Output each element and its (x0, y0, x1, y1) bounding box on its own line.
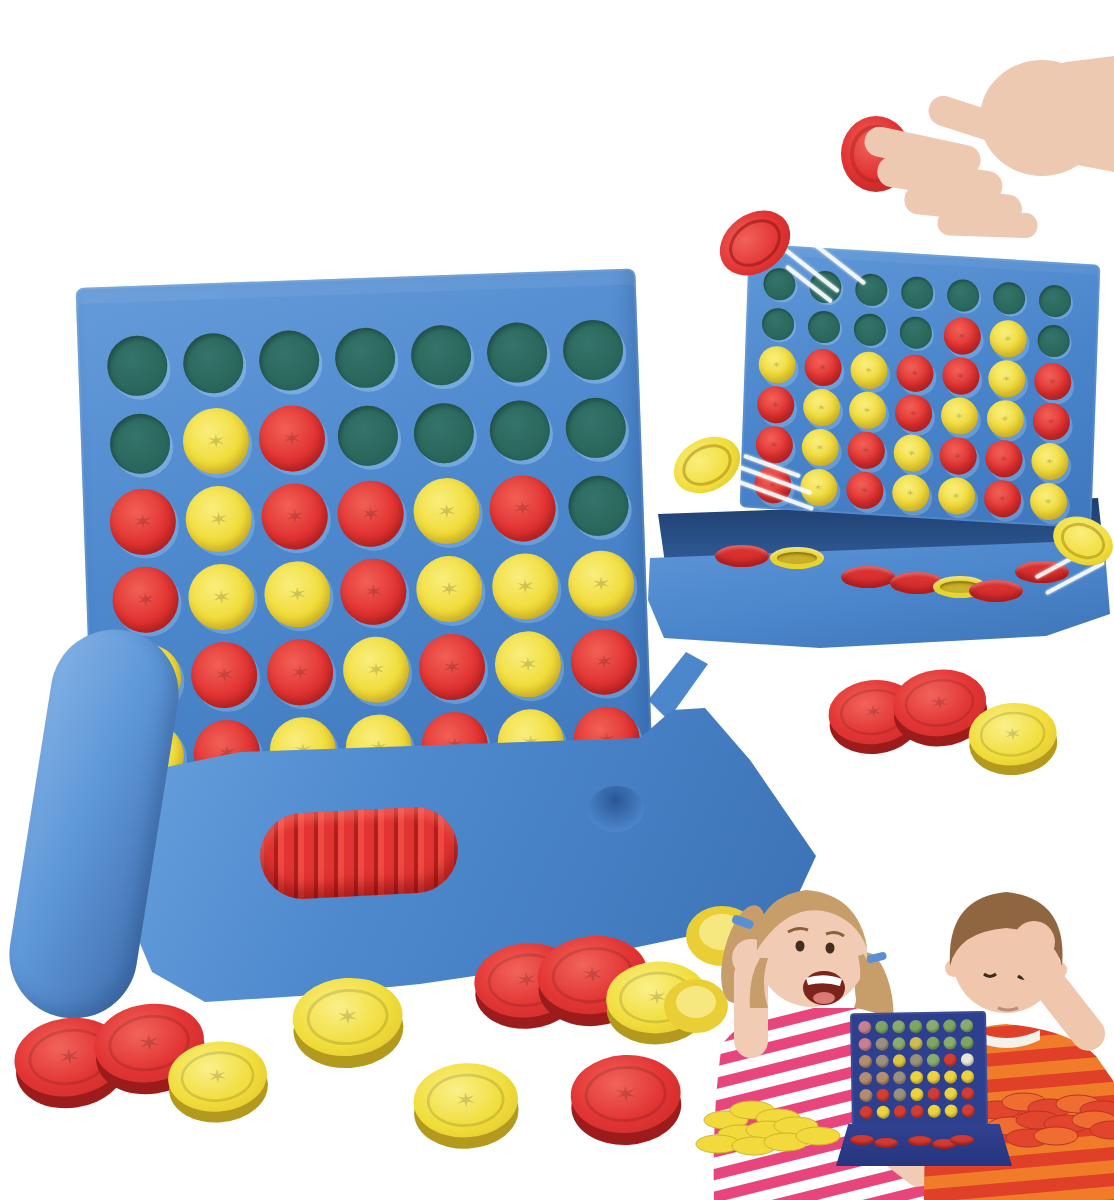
disc-star-emboss: ✶ (859, 485, 870, 495)
loose-disc-ring (179, 1048, 257, 1105)
board-cell: ✶ (933, 474, 980, 517)
yellow-disc: ✶ (891, 473, 929, 512)
board-cell: ✶ (486, 546, 565, 627)
board-cell (556, 388, 635, 469)
yellow-flying-disc (664, 426, 750, 505)
board-cell: ✶ (483, 468, 562, 549)
flying-disc-ring (675, 436, 739, 494)
board-cell (174, 323, 253, 404)
disc-star-emboss: ✶ (205, 431, 227, 451)
disc-star-emboss: ✶ (441, 657, 463, 677)
disc-star-emboss: ✶ (438, 579, 460, 599)
board-cell (754, 303, 801, 346)
disc-star-emboss: ✶ (997, 493, 1008, 503)
kids-tray-red-disc (908, 1136, 932, 1146)
mini-board-disc (927, 1071, 940, 1084)
mini-board-disc (910, 1054, 923, 1067)
red-disc: ✶ (266, 638, 334, 706)
disc-star-emboss: ✶ (953, 410, 964, 420)
yellow-disc: ✶ (802, 387, 840, 426)
red-loose-disc: ✶ (569, 1052, 684, 1148)
red-disc: ✶ (803, 347, 841, 386)
board-cell: ✶ (799, 346, 846, 389)
girl-eye-left (796, 941, 805, 952)
disc-star-emboss: ✶ (860, 445, 871, 455)
empty-hole (334, 327, 396, 389)
loose-disc-ring (902, 676, 976, 731)
board-cell: ✶ (413, 627, 492, 708)
mini-board-disc (876, 1055, 889, 1068)
disc-star-emboss: ✶ (907, 407, 918, 417)
mini-board-disc (858, 1038, 871, 1051)
red-tray-disc (841, 566, 895, 588)
disc-star-emboss: ✶ (362, 582, 384, 602)
board-cell: ✶ (798, 386, 845, 429)
board-cell: ✶ (796, 426, 843, 469)
mini-board-disc (894, 1105, 907, 1118)
girl-eye-right (826, 943, 835, 954)
mini-board-disc (893, 1071, 906, 1084)
board-cell: ✶ (984, 317, 1031, 360)
disc-star-emboss: ✶ (768, 439, 779, 449)
disc-star-emboss: ✶ (590, 574, 612, 594)
yellow-disc: ✶ (986, 399, 1024, 438)
yellow-disc: ✶ (1030, 441, 1068, 480)
mini-board-disc (859, 1089, 872, 1102)
board-cell (846, 308, 893, 351)
red-disc: ✶ (894, 393, 932, 432)
disc-star-emboss: ✶ (952, 450, 963, 460)
disc-star-emboss: ✶ (435, 501, 457, 521)
disc-star-emboss: ✶ (281, 428, 303, 448)
loose-disc-ring (425, 1072, 506, 1129)
board-cell: ✶ (253, 398, 332, 479)
mini-board-disc (860, 1106, 873, 1119)
board-cell (402, 315, 481, 396)
board-cell: ✶ (337, 629, 416, 710)
boy-ear-left (945, 959, 963, 977)
mini-board-disc (859, 1055, 872, 1068)
board-cell (329, 396, 408, 477)
disc-star-emboss: ✶ (998, 453, 1009, 463)
empty-hole (337, 405, 399, 467)
mini-board-disc (962, 1104, 975, 1117)
yellow-disc: ✶ (491, 552, 559, 620)
disc-star-emboss: ✶ (283, 506, 305, 526)
yellow-disc: ✶ (940, 396, 978, 435)
board-cell: ✶ (981, 397, 1028, 440)
board-cell: ✶ (841, 468, 888, 511)
mini-board-disc (892, 1020, 905, 1033)
yellow-disc: ✶ (412, 477, 480, 545)
girl-tongue (813, 992, 835, 1004)
disc-star-emboss: ✶ (905, 487, 916, 497)
empty-hole (258, 329, 320, 391)
empty-hole (899, 316, 932, 350)
red-disc: ✶ (943, 316, 981, 355)
board-cell: ✶ (103, 481, 182, 562)
red-disc: ✶ (845, 470, 883, 509)
board-cell: ✶ (407, 471, 486, 552)
empty-hole (993, 281, 1026, 315)
board-cell: ✶ (261, 632, 340, 713)
board-cell (940, 274, 987, 317)
board-cell: ✶ (843, 388, 890, 431)
empty-hole (853, 313, 886, 347)
empty-hole (762, 307, 795, 341)
disc-star-emboss: ✶ (286, 584, 308, 604)
disc-star-emboss: ✶ (517, 654, 539, 674)
empty-hole (413, 402, 475, 464)
board-cell: ✶ (255, 476, 334, 557)
mini-board-disc (911, 1105, 924, 1118)
board-cell: ✶ (935, 394, 982, 437)
board-cell (559, 466, 638, 547)
yellow-disc: ✶ (1029, 481, 1067, 520)
red-tray-disc (969, 580, 1023, 602)
red-disc-roller (258, 805, 460, 901)
board-cell: ✶ (106, 559, 185, 640)
empty-hole (947, 279, 980, 313)
mini-board-disc (943, 1036, 956, 1049)
board-cell: ✶ (887, 471, 934, 514)
red-disc: ✶ (938, 436, 976, 475)
empty-hole (106, 335, 168, 397)
board-cell (101, 403, 180, 484)
board-cell (554, 310, 633, 391)
board-cell: ✶ (934, 434, 981, 477)
mini-board-disc (961, 1070, 974, 1083)
empty-hole (1039, 284, 1072, 318)
disc-star-emboss: ✶ (951, 490, 962, 500)
red-disc: ✶ (1033, 361, 1071, 400)
disc-star-emboss: ✶ (814, 442, 825, 452)
disc-star-emboss: ✶ (134, 590, 156, 610)
yellow-disc: ✶ (849, 350, 887, 389)
kids-tray-red-disc (850, 1135, 874, 1145)
yellow-disc: ✶ (182, 407, 250, 475)
mini-board-disc (943, 1019, 956, 1032)
mini-board-disc (876, 1072, 889, 1085)
board-cell (405, 393, 484, 474)
loose-disc-ring (305, 986, 391, 1048)
disc-star-emboss: ✶ (906, 447, 917, 457)
board-cell: ✶ (891, 351, 938, 394)
disc-star-emboss: ✶ (514, 576, 536, 596)
disc-star-emboss: ✶ (862, 405, 873, 415)
board-cell: ✶ (562, 543, 641, 624)
mini-board-disc (909, 1020, 922, 1033)
disc-star-emboss: ✶ (359, 504, 381, 524)
mini-board-disc (960, 1036, 973, 1049)
kids-mini-board (850, 1011, 988, 1129)
board-cell (98, 326, 177, 407)
red-disc: ✶ (258, 404, 326, 472)
empty-hole (182, 332, 244, 394)
yellow-disc: ✶ (342, 636, 410, 704)
board-cell: ✶ (177, 401, 256, 482)
loose-disc-ring (583, 1064, 668, 1124)
mini-board-disc (893, 1088, 906, 1101)
mini-board-disc (926, 1037, 939, 1050)
board-cell: ✶ (752, 383, 799, 426)
board-cell: ✶ (1024, 480, 1071, 523)
red-disc: ✶ (941, 356, 979, 395)
board-cell (326, 318, 405, 399)
yellow-disc: ✶ (987, 359, 1025, 398)
yellow-disc: ✶ (799, 467, 837, 506)
connect-four-product-photo: ✶✶✶✶✶✶✶✶✶✶✶✶✶✶✶✶✶✶✶✶✶✶✶✶✶✶✶✶✶ ✶✶✶✶✶✶✶✶✶✶… (0, 0, 1114, 1200)
board-cell: ✶ (938, 314, 985, 357)
empty-hole (562, 319, 624, 381)
red-disc: ✶ (109, 488, 177, 556)
boy-fist-on-forehead (1013, 921, 1055, 963)
mini-board-disc (944, 1053, 957, 1066)
board-cell: ✶ (182, 557, 261, 638)
disc-star-emboss: ✶ (213, 665, 235, 685)
disc-star-emboss: ✶ (1047, 376, 1058, 386)
empty-hole (807, 310, 840, 344)
red-tray-disc (715, 545, 769, 567)
board-cell: ✶ (845, 348, 892, 391)
disc-star-emboss: ✶ (909, 367, 920, 377)
disc-star-emboss: ✶ (817, 362, 828, 372)
empty-hole (410, 324, 472, 386)
empty-hole (489, 399, 551, 461)
loose-disc-ring (978, 710, 1047, 759)
yellow-disc: ✶ (415, 555, 483, 623)
board-cell (478, 312, 557, 393)
disc-star-emboss: ✶ (132, 512, 154, 532)
empty-hole (567, 475, 629, 537)
red-disc: ✶ (190, 641, 258, 709)
yellow-tray-disc (770, 547, 824, 569)
board-cell: ✶ (980, 437, 1027, 480)
mini-board-disc (892, 1037, 905, 1050)
yellow-disc: ✶ (185, 485, 253, 553)
disc-star-emboss: ✶ (863, 365, 874, 375)
kids-tray-red-disc (950, 1135, 974, 1145)
disc-star-emboss: ✶ (1045, 416, 1056, 426)
board-cell (480, 390, 559, 471)
kids-tray-red-disc (874, 1138, 898, 1148)
mini-board-disc (909, 1037, 922, 1050)
mini-board-disc (893, 1054, 906, 1067)
yellow-disc: ✶ (567, 550, 635, 618)
yellow-disc: ✶ (263, 560, 331, 628)
disc-star-emboss: ✶ (207, 509, 229, 529)
board-cell: ✶ (889, 391, 936, 434)
board-cell: ✶ (888, 431, 935, 474)
red-disc: ✶ (847, 430, 885, 469)
board-cell (800, 306, 847, 349)
board-cell: ✶ (565, 621, 644, 702)
board-cell (250, 320, 329, 401)
board-cell: ✶ (1026, 440, 1073, 483)
yellow-disc: ✶ (937, 476, 975, 515)
red-disc: ✶ (488, 474, 556, 542)
mini-board-disc (877, 1106, 890, 1119)
disc-star-emboss: ✶ (210, 587, 232, 607)
yellow-loose-disc: ✶ (967, 700, 1060, 778)
board-cell (985, 277, 1032, 320)
disc-star-emboss: ✶ (771, 359, 782, 369)
board-cell: ✶ (937, 354, 984, 397)
red-disc: ✶ (261, 482, 329, 550)
disc-star-emboss: ✶ (1002, 333, 1013, 343)
disc-star-emboss: ✶ (365, 660, 387, 680)
mini-board-disc (859, 1072, 872, 1085)
disc-star-emboss: ✶ (593, 652, 615, 672)
board-cell: ✶ (978, 477, 1025, 520)
mini-board-disc (944, 1087, 957, 1100)
empty-hole (565, 397, 627, 459)
mini-board-disc (875, 1021, 888, 1034)
mini-board-disc (926, 1020, 939, 1033)
yellow-disc: ✶ (494, 630, 562, 698)
disc-star-emboss: ✶ (770, 399, 781, 409)
board-cell: ✶ (489, 624, 568, 705)
empty-hole (1037, 324, 1070, 358)
board-cell: ✶ (753, 343, 800, 386)
hand-dropping-red-disc (814, 6, 1114, 240)
disc-star-emboss: ✶ (816, 402, 827, 412)
disc-star-emboss: ✶ (1001, 373, 1012, 383)
mini-board-disc (944, 1070, 957, 1083)
board-cell (892, 311, 939, 354)
mini-board-disc (927, 1088, 940, 1101)
disc-star-emboss: ✶ (955, 370, 966, 380)
mini-board-disc (876, 1089, 889, 1102)
pinky-finger (937, 210, 1038, 238)
yellow-disc: ✶ (848, 390, 886, 429)
red-disc: ✶ (983, 479, 1021, 518)
mini-board-disc (961, 1087, 974, 1100)
yellow-disc: ✶ (187, 563, 255, 631)
mini-board-disc (910, 1088, 923, 1101)
red-disc: ✶ (339, 558, 407, 626)
empty-hole (901, 276, 934, 310)
disc-star-emboss: ✶ (1042, 496, 1053, 506)
board-cell: ✶ (331, 473, 410, 554)
board-cell: ✶ (179, 479, 258, 560)
disc-star-emboss: ✶ (511, 498, 533, 518)
yellow-disc: ✶ (989, 319, 1027, 358)
yellow-loose-disc: ✶ (412, 1061, 521, 1152)
disc-star-emboss: ✶ (1044, 456, 1055, 466)
red-disc: ✶ (1032, 401, 1070, 440)
red-disc: ✶ (111, 566, 179, 634)
red-disc: ✶ (984, 439, 1022, 478)
board-cell: ✶ (258, 554, 337, 635)
yellow-disc: ✶ (893, 433, 931, 472)
mini-board-disc (945, 1104, 958, 1117)
mini-board-disc (858, 1021, 871, 1034)
board-cell: ✶ (842, 428, 889, 471)
red-disc: ✶ (336, 480, 404, 548)
yellow-loose-disc: ✶ (290, 974, 406, 1071)
empty-hole (109, 413, 171, 475)
yellow-loose-disc: ✶ (165, 1037, 271, 1126)
mini-board-disc (910, 1071, 923, 1084)
red-disc: ✶ (570, 628, 638, 696)
mini-board-disc (961, 1053, 974, 1066)
mini-board-disc (960, 1019, 973, 1032)
board-cell (894, 271, 941, 314)
red-disc: ✶ (755, 425, 793, 464)
mini-board-disc (875, 1038, 888, 1051)
yellow-disc: ✶ (801, 427, 839, 466)
board-cell: ✶ (1029, 360, 1076, 403)
red-disc: ✶ (895, 353, 933, 392)
disc-star-emboss: ✶ (289, 662, 311, 682)
red-disc: ✶ (418, 633, 486, 701)
board-cell: ✶ (1027, 400, 1074, 443)
disc-star-emboss: ✶ (956, 330, 967, 340)
red-disc: ✶ (756, 385, 794, 424)
empty-hole (486, 322, 548, 384)
board-cell: ✶ (334, 551, 413, 632)
board-cell: ✶ (410, 549, 489, 630)
board-cell: ✶ (983, 357, 1030, 400)
disc-star-emboss: ✶ (813, 482, 824, 492)
board-cell: ✶ (185, 635, 264, 716)
yellow-disc: ✶ (758, 345, 796, 384)
mini-board-disc (927, 1054, 940, 1067)
board-cell (1030, 320, 1077, 363)
board-cell (1031, 280, 1078, 323)
mini-board-disc (928, 1105, 941, 1118)
disc-star-emboss: ✶ (999, 413, 1010, 423)
